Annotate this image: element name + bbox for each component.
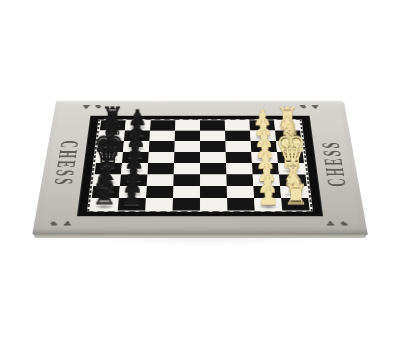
chess-mat: CHESS CHESS ♞♟ ♟♞ ♞♟ ♟♞ ♜♟♟♜♞♟♟♞♝♟♟♝♚♟♟♚… — [32, 101, 368, 236]
tick-strip: ♜♟♟♜♞♟♟♞♝♟♟♝♚♟♟♚♛♟♟♛♝♟♟♝♞♟♟♞♜♟♟♜ — [87, 119, 313, 212]
square — [149, 131, 175, 142]
square — [200, 198, 227, 210]
square — [148, 152, 174, 163]
square — [225, 141, 251, 152]
piece-bR: ♜ — [91, 181, 117, 209]
square — [200, 152, 226, 163]
board-grid: ♜♟♟♜♞♟♟♞♝♟♟♝♚♟♟♚♛♟♟♛♝♟♟♝♞♟♟♞♜♟♟♜ — [90, 120, 309, 210]
square — [146, 186, 173, 198]
mat-left-label: CHESS — [48, 140, 83, 186]
square — [200, 186, 227, 198]
square — [226, 174, 253, 186]
square — [226, 163, 253, 174]
square: ♜ — [281, 198, 310, 210]
square — [200, 131, 225, 142]
square — [200, 141, 226, 152]
square — [226, 152, 252, 163]
square — [174, 163, 200, 174]
board-frame: ♜♟♟♜♞♟♟♞♝♟♟♝♚♟♟♚♛♟♟♛♝♟♟♝♞♟♟♞♜♟♟♜ — [78, 116, 322, 216]
square — [200, 163, 226, 174]
square — [173, 198, 200, 210]
square — [200, 174, 227, 186]
perspective-scene: CHESS CHESS ♞♟ ♟♞ ♞♟ ♟♞ ♜♟♟♜♞♟♟♞♝♟♟♝♚♟♟♚… — [0, 0, 400, 352]
square — [175, 120, 200, 130]
square: ♟ — [254, 198, 282, 210]
square — [175, 131, 200, 142]
square — [173, 174, 200, 186]
square — [174, 152, 200, 163]
square — [227, 186, 254, 198]
square: ♜ — [90, 198, 119, 210]
square — [173, 186, 200, 198]
square — [174, 141, 200, 152]
photo-stage: CHESS CHESS ♞♟ ♟♞ ♞♟ ♟♞ ♜♟♟♜♞♟♟♞♝♟♟♝♚♟♟♚… — [0, 0, 400, 352]
square — [200, 120, 225, 130]
piece-wR: ♜ — [283, 181, 309, 209]
square — [147, 163, 174, 174]
square — [225, 120, 250, 130]
square — [150, 120, 175, 130]
square — [145, 198, 173, 210]
piece-bP: ♟ — [121, 185, 143, 209]
square — [225, 131, 251, 142]
square — [149, 141, 175, 152]
square — [147, 174, 174, 186]
mat-right-label: CHESS — [317, 140, 352, 186]
square: ♟ — [118, 198, 146, 210]
corner-pieces-icon: ♟♞ — [324, 220, 352, 227]
corner-pieces-icon: ♞♟ — [47, 220, 75, 227]
square — [227, 198, 255, 210]
piece-wP: ♟ — [258, 185, 280, 209]
